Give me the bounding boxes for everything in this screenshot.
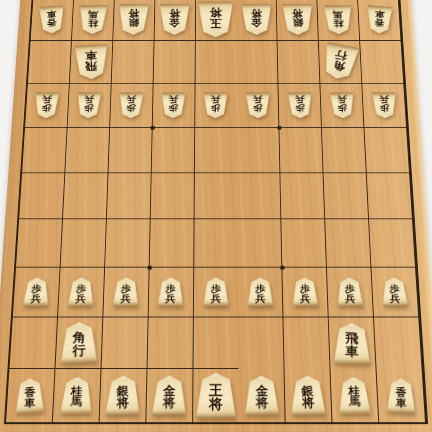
board-scene: 香車桂馬銀将金将玉将金将銀将桂馬香車飛車角行歩兵歩兵歩兵歩兵歩兵歩兵歩兵歩兵歩兵… [0,0,432,432]
square-5a[interactable]: 玉将 [195,0,236,41]
piece-face: 桂馬 [78,5,107,34]
piece-sente-lance[interactable]: 香車 [385,378,416,413]
piece-kanji: 歩兵 [295,95,305,112]
piece-kanji: 飛車 [85,50,97,72]
piece-gote-pawn[interactable]: 歩兵 [329,92,354,118]
piece-face: 歩兵 [113,278,140,307]
square-3c[interactable]: 歩兵 [279,84,322,128]
piece-sente-pawn[interactable]: 歩兵 [158,278,184,307]
piece-kanji: 角行 [332,49,348,72]
piece-sente-rook[interactable]: 飛車 [333,323,372,364]
piece-face: 歩兵 [336,278,363,307]
piece-kanji: 桂馬 [88,10,99,27]
square-1i[interactable]: 香車 [377,369,426,422]
piece-kanji: 歩兵 [84,95,94,112]
square-6d[interactable] [151,128,194,173]
piece-sente-silver[interactable]: 銀将 [290,376,326,416]
piece-kanji: 歩兵 [169,95,179,112]
piece-face: 歩兵 [203,278,229,307]
square-2h[interactable]: 飛車 [329,318,377,369]
piece-sente-gold[interactable]: 金将 [244,376,279,416]
hoshi-dot [280,266,285,270]
piece-sente-pawn[interactable]: 歩兵 [336,278,363,307]
piece-sente-bishop[interactable]: 角行 [59,322,98,363]
piece-gote-silver[interactable]: 銀将 [282,4,313,35]
square-7g[interactable]: 歩兵 [103,268,149,318]
square-9a[interactable]: 香車 [31,0,74,41]
piece-gote-pawn[interactable]: 歩兵 [34,92,60,118]
square-7f[interactable] [105,220,150,268]
square-8h[interactable]: 角行 [55,318,103,369]
piece-kanji: 金将 [255,385,268,409]
piece-face: 歩兵 [292,278,319,307]
square-3d[interactable] [280,128,324,173]
piece-gote-pawn[interactable]: 歩兵 [119,92,144,118]
square-6g[interactable]: 歩兵 [148,268,194,318]
piece-gote-knight[interactable]: 桂馬 [78,5,107,34]
piece-face: 角行 [320,42,360,82]
square-9f[interactable] [16,220,63,268]
square-4i[interactable]: 金将 [239,369,286,422]
square-7c[interactable]: 歩兵 [110,84,153,128]
square-6e[interactable] [150,173,194,220]
square-8g[interactable]: 歩兵 [58,268,105,318]
piece-kanji: 歩兵 [126,95,136,112]
piece-sente-knight[interactable]: 桂馬 [60,377,93,414]
piece-face: 香車 [39,5,65,34]
square-1h[interactable] [374,318,422,369]
piece-sente-pawn[interactable]: 歩兵 [247,278,273,307]
square-5e[interactable] [194,173,238,220]
piece-face: 歩兵 [329,92,354,118]
square-5g[interactable]: 歩兵 [193,268,238,318]
square-3h[interactable] [284,318,331,369]
shogi-board: 香車桂馬銀将金将玉将金将銀将桂馬香車飛車角行歩兵歩兵歩兵歩兵歩兵歩兵歩兵歩兵歩兵… [0,0,432,432]
piece-face: 香車 [386,377,415,413]
piece-kanji: 歩兵 [389,284,400,303]
square-9i[interactable]: 香車 [6,369,55,422]
square-4e[interactable] [238,173,282,220]
square-7a[interactable]: 銀将 [113,0,155,41]
piece-kanji: 飛車 [345,332,358,358]
square-4c[interactable]: 歩兵 [237,84,280,128]
square-5h[interactable] [193,318,239,369]
square-4a[interactable]: 金将 [236,0,277,41]
square-3f[interactable] [282,220,327,268]
piece-face: 飛車 [334,322,371,364]
square-5c[interactable]: 歩兵 [195,84,237,128]
piece-face: 歩兵 [68,278,95,307]
square-9e[interactable] [19,173,65,220]
piece-kanji: 金将 [169,9,180,28]
piece-kanji: 歩兵 [255,284,265,303]
square-2d[interactable] [322,128,367,173]
square-7i[interactable]: 銀将 [99,369,147,422]
square-6f[interactable] [149,220,194,268]
piece-gote-rook[interactable]: 飛車 [73,45,108,79]
piece-face: 歩兵 [381,278,408,307]
piece-gote-pawn[interactable]: 歩兵 [76,92,101,118]
piece-sente-pawn[interactable]: 歩兵 [68,278,95,307]
square-5b[interactable] [195,41,237,84]
square-4f[interactable] [238,220,283,268]
piece-gote-pawn[interactable]: 歩兵 [287,92,312,118]
piece-kanji: 歩兵 [166,284,176,303]
piece-face: 桂馬 [324,5,353,34]
piece-face: 歩兵 [371,92,397,118]
piece-face: 金将 [241,4,272,35]
piece-gote-bishop[interactable]: 角行 [323,45,358,79]
piece-gote-pawn[interactable]: 歩兵 [204,92,228,118]
piece-face: 歩兵 [158,278,184,307]
square-2g[interactable]: 歩兵 [327,268,374,318]
board-grid: 香車桂馬銀将金将玉将金将銀将桂馬香車飛車角行歩兵歩兵歩兵歩兵歩兵歩兵歩兵歩兵歩兵… [4,0,428,424]
square-1d[interactable] [365,128,410,173]
square-8d[interactable] [65,128,110,173]
square-5i[interactable]: 王将 [193,369,240,422]
piece-face: 歩兵 [245,92,270,118]
piece-face: 銀将 [118,4,149,35]
piece-face: 角行 [60,322,97,364]
photo-background: 香車桂馬銀将金将玉将金将銀将桂馬香車飛車角行歩兵歩兵歩兵歩兵歩兵歩兵歩兵歩兵歩兵… [0,0,432,432]
piece-kanji: 歩兵 [211,284,221,303]
square-2f[interactable] [325,220,371,268]
piece-face: 歩兵 [23,278,50,307]
piece-face: 桂馬 [338,377,371,414]
square-2b[interactable]: 角行 [319,41,362,84]
piece-face: 金将 [159,4,190,35]
piece-kanji: 金将 [251,9,262,28]
piece-sente-pawn[interactable]: 歩兵 [113,278,140,307]
square-7e[interactable] [107,173,152,220]
piece-kanji: 歩兵 [253,95,263,112]
square-1f[interactable] [369,220,416,268]
piece-face: 歩兵 [287,92,312,118]
piece-gote-silver[interactable]: 銀将 [118,4,149,35]
piece-face: 玉将 [198,2,234,38]
piece-kanji: 玉将 [210,8,222,29]
square-8f[interactable] [60,220,106,268]
piece-kanji: 銀将 [292,9,303,28]
square-5d[interactable] [194,128,237,173]
piece-face: 金将 [152,376,187,416]
square-1c[interactable]: 歩兵 [362,84,407,128]
piece-kanji: 歩兵 [337,95,347,112]
piece-gote-gold[interactable]: 金将 [241,4,272,35]
piece-sente-king[interactable]: 王将 [196,373,237,418]
square-6b[interactable] [153,41,195,84]
piece-kanji: 銀将 [128,9,139,28]
square-1b[interactable] [360,41,404,84]
piece-kanji: 歩兵 [379,95,389,112]
square-8c[interactable]: 歩兵 [67,84,111,128]
piece-sente-silver[interactable]: 銀将 [105,376,141,416]
square-2c[interactable]: 歩兵 [321,84,365,128]
square-9h[interactable] [9,318,57,369]
square-7d[interactable] [108,128,152,173]
piece-sente-pawn[interactable]: 歩兵 [381,278,408,307]
piece-kanji: 金将 [163,385,176,409]
piece-kanji: 王将 [209,383,223,410]
square-1a[interactable]: 香車 [358,0,401,41]
piece-kanji: 角行 [72,331,85,357]
hoshi-dot [277,125,282,129]
square-1e[interactable] [367,173,413,220]
square-3a[interactable]: 銀将 [277,0,319,41]
square-9g[interactable]: 歩兵 [13,268,61,318]
square-6c[interactable]: 歩兵 [152,84,195,128]
piece-kanji: 歩兵 [42,95,52,112]
square-4d[interactable] [237,128,280,173]
piece-sente-pawn[interactable]: 歩兵 [23,278,50,307]
piece-face: 歩兵 [119,92,144,118]
piece-face: 歩兵 [76,92,101,118]
piece-kanji: 香車 [25,386,36,408]
piece-face: 香車 [366,5,392,34]
piece-sente-lance[interactable]: 香車 [15,378,46,413]
piece-kanji: 桂馬 [70,386,82,408]
piece-kanji: 銀将 [116,385,129,409]
piece-gote-lance[interactable]: 香車 [38,6,65,33]
square-4g[interactable]: 歩兵 [238,268,284,318]
piece-face: 歩兵 [34,92,60,118]
square-2i[interactable]: 桂馬 [331,369,380,422]
piece-kanji: 香車 [374,10,384,27]
piece-gote-knight[interactable]: 桂馬 [324,5,353,34]
square-8a[interactable]: 桂馬 [72,0,115,41]
square-3b[interactable] [278,41,321,84]
piece-kanji: 歩兵 [345,284,356,303]
square-9c[interactable]: 歩兵 [25,84,70,128]
piece-gote-pawn[interactable]: 歩兵 [161,92,186,118]
square-2a[interactable]: 桂馬 [318,0,361,41]
square-8e[interactable] [63,173,108,220]
square-7h[interactable] [101,318,148,369]
square-8i[interactable]: 桂馬 [53,369,102,422]
piece-face: 香車 [16,377,45,413]
piece-face: 銀将 [105,376,141,416]
piece-face: 王将 [196,373,237,418]
piece-sente-pawn[interactable]: 歩兵 [203,278,229,307]
piece-face: 歩兵 [204,92,228,118]
square-2e[interactable] [324,173,369,220]
square-4b[interactable] [237,41,279,84]
piece-sente-knight[interactable]: 桂馬 [338,377,371,414]
piece-face: 歩兵 [247,278,273,307]
square-9b[interactable] [28,41,72,84]
square-6h[interactable] [147,318,193,369]
square-3g[interactable]: 歩兵 [283,268,329,318]
piece-kanji: 香車 [395,386,406,408]
piece-face: 飛車 [74,44,108,80]
piece-gote-lance[interactable]: 香車 [366,6,393,33]
piece-gote-king[interactable]: 玉将 [198,2,234,38]
piece-kanji: 銀将 [302,385,315,409]
square-9d[interactable] [22,128,67,173]
piece-face: 銀将 [290,376,326,416]
piece-kanji: 歩兵 [121,284,132,303]
square-3e[interactable] [281,173,326,220]
piece-sente-pawn[interactable]: 歩兵 [292,278,319,307]
piece-face: 歩兵 [161,92,186,118]
piece-kanji: 桂馬 [333,10,344,27]
square-1g[interactable]: 歩兵 [372,268,420,318]
piece-gote-gold[interactable]: 金将 [159,4,190,35]
square-6i[interactable]: 金将 [146,369,193,422]
square-8b[interactable]: 飛車 [70,41,113,84]
piece-face: 金将 [244,376,279,416]
piece-kanji: 歩兵 [76,284,87,303]
square-7b[interactable] [111,41,154,84]
square-5f[interactable] [194,220,238,268]
square-4h[interactable] [239,318,285,369]
piece-face: 銀将 [282,4,313,35]
square-3i[interactable]: 銀将 [285,369,333,422]
square-6a[interactable]: 金将 [154,0,195,41]
piece-gote-pawn[interactable]: 歩兵 [371,92,397,118]
piece-sente-gold[interactable]: 金将 [152,376,187,416]
piece-face: 桂馬 [60,377,93,414]
piece-gote-pawn[interactable]: 歩兵 [245,92,270,118]
piece-kanji: 歩兵 [211,95,220,112]
piece-kanji: 歩兵 [300,284,311,303]
piece-kanji: 歩兵 [31,284,42,303]
piece-kanji: 桂馬 [348,386,360,408]
piece-kanji: 香車 [47,10,57,27]
